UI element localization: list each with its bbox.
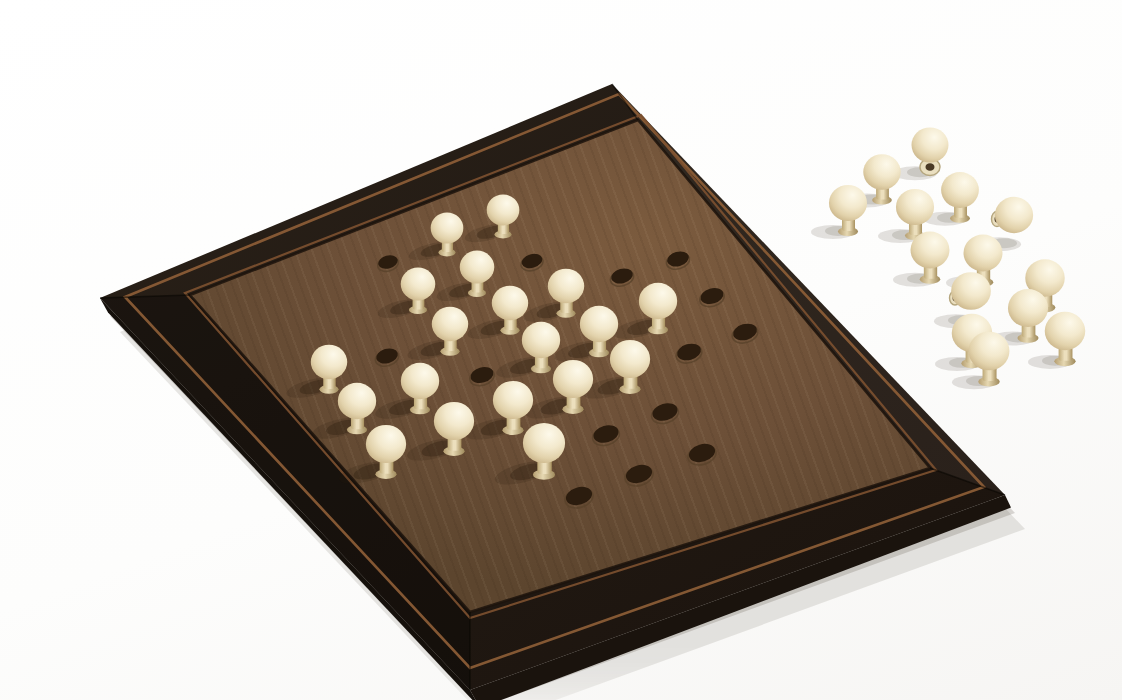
peg-head <box>580 306 618 342</box>
peg-head <box>951 272 991 310</box>
peg-head <box>548 269 584 304</box>
peg-head <box>492 286 528 321</box>
peg-head <box>863 154 900 189</box>
peg-head <box>912 127 949 162</box>
peg-head <box>963 235 1002 272</box>
peg-head <box>829 185 867 221</box>
peg-head <box>338 383 376 419</box>
peg-head <box>522 322 560 358</box>
peg-head <box>434 402 474 440</box>
peg-head <box>995 197 1033 233</box>
peg-head <box>487 195 520 226</box>
peg-head <box>553 360 593 398</box>
peg-head <box>896 189 934 225</box>
peg-head <box>639 283 677 319</box>
peg-head <box>460 251 495 284</box>
peg-head <box>311 345 347 380</box>
peg-head <box>401 268 436 301</box>
peg-solitaire-product-photo <box>0 0 1122 700</box>
peg-head <box>941 172 979 208</box>
peg-head <box>432 307 468 342</box>
peg-head <box>493 381 533 419</box>
peg-head <box>401 363 439 399</box>
peg-head <box>431 213 464 244</box>
peg-head <box>1008 289 1048 327</box>
peg-head <box>610 340 650 378</box>
peg-head <box>969 332 1010 371</box>
pegs-layer <box>0 0 1122 700</box>
peg-head <box>523 423 565 463</box>
peg-head <box>1045 312 1085 350</box>
peg-head <box>366 425 406 463</box>
peg-head <box>911 232 950 269</box>
